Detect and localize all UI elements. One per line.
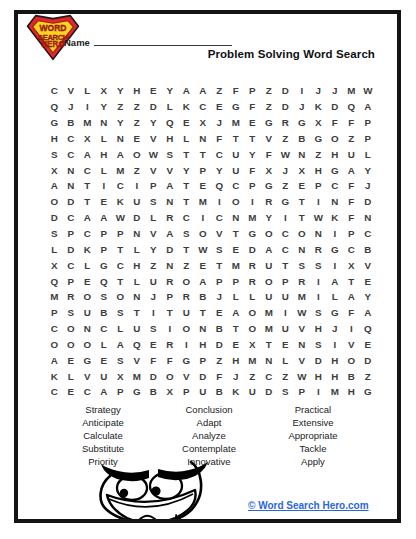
grid-cell-r4c1: H <box>46 131 63 147</box>
grid-cell-r4c3: X <box>79 131 96 147</box>
grid-cell-r10c13: G <box>244 226 261 242</box>
grid-cell-r16c16: V <box>294 321 311 337</box>
grid-cell-r7c1: A <box>46 178 63 194</box>
grid-cell-r9c17: W <box>310 210 327 226</box>
grid-cell-r3c19: F <box>343 115 360 131</box>
grid-cell-r15c2: S <box>63 305 80 321</box>
grid-cell-r9c9: C <box>178 210 195 226</box>
grid-cell-r17c14: T <box>261 337 278 353</box>
grid-cell-r3c6: Z <box>129 115 146 131</box>
grid-cell-r20c16: P <box>294 384 311 400</box>
grid-cell-r9c19: F <box>343 210 360 226</box>
grid-cell-r12c10: E <box>195 257 212 273</box>
grid-cell-r20c17: I <box>310 384 327 400</box>
grid-cell-r20c2: E <box>63 384 80 400</box>
grid-cell-r17c10: H <box>195 337 212 353</box>
grid-cell-r17c9: I <box>178 337 195 353</box>
grid-cell-r13c14: O <box>261 273 278 289</box>
grid-cell-r19c9: V <box>178 368 195 384</box>
grid-cell-r14c13: L <box>244 289 261 305</box>
grid-cell-r6c2: N <box>63 162 80 178</box>
grid-cell-r15c3: U <box>79 305 96 321</box>
grid-cell-r14c7: J <box>145 289 162 305</box>
grid-cell-r12c13: R <box>244 257 261 273</box>
grid-cell-r6c14: X <box>261 162 278 178</box>
grid-cell-r7c16: E <box>294 178 311 194</box>
grid-cell-r13c8: R <box>162 273 179 289</box>
word-column-1: StrategyAnticipateCalculateSubstitutePri… <box>48 403 158 468</box>
grid-cell-r17c16: N <box>294 337 311 353</box>
grid-cell-r14c16: M <box>294 289 311 305</box>
grid-cell-r1c10: A <box>195 83 212 99</box>
grid-cell-r20c1: C <box>46 384 63 400</box>
grid-cell-r17c15: E <box>277 337 294 353</box>
grid-cell-r6c7: V <box>145 162 162 178</box>
grid-cell-r20c12: K <box>228 384 245 400</box>
grid-cell-r18c16: V <box>294 352 311 368</box>
grid-cell-r15c6: T <box>129 305 146 321</box>
grid-cell-r19c18: H <box>327 368 344 384</box>
grid-cell-r2c14: Z <box>261 99 278 115</box>
grid-cell-r7c10: E <box>195 178 212 194</box>
grid-cell-r5c19: U <box>343 146 360 162</box>
grid-cell-r19c3: V <box>79 368 96 384</box>
grid-cell-r12c17: S <box>310 257 327 273</box>
grid-cell-r18c7: F <box>145 352 162 368</box>
grid-cell-r1c16: I <box>294 83 311 99</box>
grid-cell-r16c15: U <box>277 321 294 337</box>
word-item: Contemplate <box>152 442 266 455</box>
grid-cell-r7c11: Q <box>211 178 228 194</box>
grid-cell-r3c3: M <box>79 115 96 131</box>
grid-cell-r13c18: A <box>327 273 344 289</box>
word-item: Practical <box>256 403 370 416</box>
grid-cell-r14c20: Y <box>360 289 377 305</box>
grid-cell-r16c13: O <box>244 321 261 337</box>
grid-cell-r8c15: G <box>277 194 294 210</box>
grid-cell-r19c6: M <box>129 368 146 384</box>
grid-cell-r3c9: E <box>178 115 195 131</box>
grid-cell-r9c13: M <box>244 210 261 226</box>
grid-cell-r8c14: R <box>261 194 278 210</box>
grid-cell-r2c19: Q <box>343 99 360 115</box>
grid-cell-r16c6: U <box>129 321 146 337</box>
grid-cell-r8c12: O <box>228 194 245 210</box>
grid-cell-r11c11: S <box>211 241 228 257</box>
grid-cell-r8c5: K <box>112 194 129 210</box>
grid-cell-r8c3: T <box>79 194 96 210</box>
grid-cell-r15c1: P <box>46 305 63 321</box>
grid-cell-r2c11: E <box>211 99 228 115</box>
grid-cell-r20c18: M <box>327 384 344 400</box>
grid-cell-r18c20: D <box>360 352 377 368</box>
grid-cell-r20c13: U <box>244 384 261 400</box>
grid-cell-r9c3: A <box>79 210 96 226</box>
grid-cell-r20c11: B <box>211 384 228 400</box>
grid-cell-r13c19: T <box>343 273 360 289</box>
grid-cell-r6c11: Y <box>211 162 228 178</box>
grid-cell-r18c10: P <box>195 352 212 368</box>
grid-cell-r20c4: A <box>96 384 113 400</box>
grid-cell-r16c1: C <box>46 321 63 337</box>
grid-cell-r5c5: A <box>112 146 129 162</box>
grid-cell-r4c8: H <box>162 131 179 147</box>
grid-cell-r8c11: I <box>211 194 228 210</box>
grid-cell-r4c20: P <box>360 131 377 147</box>
grid-cell-r17c1: O <box>46 337 63 353</box>
grid-cell-r12c14: U <box>261 257 278 273</box>
grid-cell-r15c14: M <box>261 305 278 321</box>
grid-cell-r6c5: M <box>112 162 129 178</box>
grid-cell-r16c4: C <box>96 321 113 337</box>
grid-cell-r7c18: C <box>327 178 344 194</box>
grid-cell-r14c17: I <box>310 289 327 305</box>
grid-cell-r7c17: P <box>310 178 327 194</box>
grid-cell-r4c9: L <box>178 131 195 147</box>
grid-cell-r1c20: W <box>360 83 377 99</box>
grid-cell-r14c9: R <box>178 289 195 305</box>
grid-cell-r12c12: M <box>228 257 245 273</box>
grid-cell-r9c18: K <box>327 210 344 226</box>
grid-cell-r6c19: A <box>343 162 360 178</box>
grid-cell-r15c17: S <box>310 305 327 321</box>
grid-cell-r15c20: A <box>360 305 377 321</box>
grid-cell-r16c12: T <box>228 321 245 337</box>
grid-cell-r11c12: E <box>228 241 245 257</box>
grid-cell-r3c17: X <box>310 115 327 131</box>
grid-cell-r14c12: L <box>228 289 245 305</box>
grid-cell-r5c12: U <box>228 146 245 162</box>
grid-cell-r13c6: L <box>129 273 146 289</box>
grid-cell-r14c2: R <box>63 289 80 305</box>
grid-cell-r18c18: H <box>327 352 344 368</box>
grid-cell-r18c13: M <box>244 352 261 368</box>
grid-cell-r19c10: D <box>195 368 212 384</box>
grid-cell-r11c4: P <box>96 241 113 257</box>
grid-cell-r16c20: Q <box>360 321 377 337</box>
grid-cell-r3c7: Y <box>145 115 162 131</box>
grid-cell-r15c4: B <box>96 305 113 321</box>
grid-cell-r15c18: G <box>327 305 344 321</box>
grid-cell-r3c1: G <box>46 115 63 131</box>
grid-cell-r11c6: L <box>129 241 146 257</box>
grid-cell-r7c20: J <box>360 178 377 194</box>
grid-cell-r11c9: T <box>178 241 195 257</box>
grid-cell-r17c18: I <box>327 337 344 353</box>
grid-cell-r20c6: G <box>129 384 146 400</box>
grid-cell-r16c17: H <box>310 321 327 337</box>
grid-cell-r10c15: C <box>277 226 294 242</box>
grid-cell-r11c17: R <box>310 241 327 257</box>
grid-cell-r8c7: S <box>145 194 162 210</box>
grid-cell-r8c16: T <box>294 194 311 210</box>
grid-cell-r6c12: U <box>228 162 245 178</box>
grid-cell-r5c7: W <box>145 146 162 162</box>
grid-cell-r12c11: T <box>211 257 228 273</box>
grid-cell-r16c11: B <box>211 321 228 337</box>
grid-cell-r20c5: P <box>112 384 129 400</box>
grid-cell-r9c15: I <box>277 210 294 226</box>
grid-cell-r12c8: N <box>162 257 179 273</box>
grid-cell-r4c17: G <box>310 131 327 147</box>
grid-cell-r16c7: S <box>145 321 162 337</box>
grid-cell-r4c11: F <box>211 131 228 147</box>
grid-cell-r6c13: F <box>244 162 261 178</box>
grid-cell-r1c7: E <box>145 83 162 99</box>
grid-cell-r15c7: I <box>145 305 162 321</box>
grid-cell-r13c12: P <box>228 273 245 289</box>
grid-cell-r17c17: S <box>310 337 327 353</box>
grid-cell-r8c1: O <box>46 194 63 210</box>
grid-cell-r5c18: H <box>327 146 344 162</box>
grid-cell-r6c18: G <box>327 162 344 178</box>
grid-cell-r10c19: P <box>343 226 360 242</box>
grid-cell-r4c4: L <box>96 131 113 147</box>
grid-cell-r13c13: R <box>244 273 261 289</box>
grid-cell-r18c8: F <box>162 352 179 368</box>
grid-cell-r2c15: D <box>277 99 294 115</box>
grid-cell-r7c9: T <box>178 178 195 194</box>
grid-cell-r11c14: A <box>261 241 278 257</box>
grid-cell-r2c20: A <box>360 99 377 115</box>
grid-cell-r17c20: E <box>360 337 377 353</box>
grid-cell-r2c2: J <box>63 99 80 115</box>
grid-cell-r10c5: P <box>112 226 129 242</box>
grid-cell-r7c5: C <box>112 178 129 194</box>
grid-cell-r9c8: R <box>162 210 179 226</box>
grid-cell-r4c13: T <box>244 131 261 147</box>
grid-cell-r15c19: F <box>343 305 360 321</box>
grid-cell-r18c6: V <box>129 352 146 368</box>
grid-cell-r17c13: X <box>244 337 261 353</box>
grid-cell-r5c11: C <box>211 146 228 162</box>
grid-cell-r5c10: T <box>195 146 212 162</box>
grid-cell-r10c1: S <box>46 226 63 242</box>
name-label: Name <box>64 37 90 48</box>
grid-cell-r14c11: J <box>211 289 228 305</box>
grid-cell-r18c5: S <box>112 352 129 368</box>
grid-cell-r1c11: Z <box>211 83 228 99</box>
grid-cell-r19c20: Z <box>360 368 377 384</box>
grid-cell-r14c19: A <box>343 289 360 305</box>
grid-cell-r14c10: B <box>195 289 212 305</box>
grid-cell-r13c3: E <box>79 273 96 289</box>
grid-cell-r11c20: B <box>360 241 377 257</box>
grid-cell-r15c8: T <box>162 305 179 321</box>
grid-cell-r4c16: B <box>294 131 311 147</box>
grid-cell-r16c10: N <box>195 321 212 337</box>
grid-cell-r7c2: N <box>63 178 80 194</box>
grid-cell-r19c4: U <box>96 368 113 384</box>
grid-cell-r14c18: L <box>327 289 344 305</box>
word-item: Apply <box>256 455 370 468</box>
grid-cell-r6c17: H <box>310 162 327 178</box>
word-item: Appropriate <box>256 429 370 442</box>
grid-cell-r12c5: C <box>112 257 129 273</box>
grid-cell-r1c8: Y <box>162 83 179 99</box>
grid-cell-r10c16: O <box>294 226 311 242</box>
grid-cell-r19c1: K <box>46 368 63 384</box>
grid-cell-r9c1: D <box>46 210 63 226</box>
grid-cell-r2c6: Z <box>129 99 146 115</box>
grid-cell-r3c15: R <box>277 115 294 131</box>
grid-cell-r1c5: Y <box>112 83 129 99</box>
grid-cell-r12c4: G <box>96 257 113 273</box>
grid-cell-r15c11: E <box>211 305 228 321</box>
word-item: Innovative <box>152 455 266 468</box>
grid-cell-r13c17: I <box>310 273 327 289</box>
grid-cell-r12c7: Z <box>145 257 162 273</box>
grid-cell-r12c2: C <box>63 257 80 273</box>
grid-cell-r12c18: I <box>327 257 344 273</box>
grid-cell-r10c18: I <box>327 226 344 242</box>
grid-cell-r19c16: W <box>294 368 311 384</box>
grid-cell-r20c3: C <box>79 384 96 400</box>
grid-cell-r6c6: Z <box>129 162 146 178</box>
grid-cell-r10c8: A <box>162 226 179 242</box>
grid-cell-r6c16: X <box>294 162 311 178</box>
grid-cell-r3c13: E <box>244 115 261 131</box>
grid-cell-r2c5: Z <box>112 99 129 115</box>
name-blank-line <box>94 36 232 46</box>
grid-cell-r20c20: G <box>360 384 377 400</box>
page-title: Problem Solving Word Search <box>0 48 375 60</box>
grid-cell-r9c20: N <box>360 210 377 226</box>
grid-cell-r5c2: C <box>63 146 80 162</box>
grid-cell-r6c15: J <box>277 162 294 178</box>
grid-cell-r7c14: G <box>261 178 278 194</box>
grid-cell-r7c3: T <box>79 178 96 194</box>
grid-cell-r5c15: W <box>277 146 294 162</box>
grid-cell-r20c15: S <box>277 384 294 400</box>
grid-cell-r9c7: L <box>145 210 162 226</box>
grid-cell-r10c11: V <box>211 226 228 242</box>
grid-cell-r5c8: S <box>162 146 179 162</box>
grid-cell-r3c16: G <box>294 115 311 131</box>
word-item: Analyze <box>152 429 266 442</box>
grid-cell-r18c1: A <box>46 352 63 368</box>
grid-cell-r4c14: V <box>261 131 278 147</box>
grid-cell-r5c9: T <box>178 146 195 162</box>
grid-cell-r2c10: C <box>195 99 212 115</box>
grid-cell-r10c14: O <box>261 226 278 242</box>
grid-cell-r2c3: I <box>79 99 96 115</box>
grid-cell-r9c16: T <box>294 210 311 226</box>
grid-cell-r12c6: H <box>129 257 146 273</box>
grid-cell-r11c2: D <box>63 241 80 257</box>
grid-cell-r16c18: J <box>327 321 344 337</box>
grid-cell-r3c10: X <box>195 115 212 131</box>
grid-cell-r3c11: J <box>211 115 228 131</box>
grid-cell-r13c9: O <box>178 273 195 289</box>
grid-cell-r8c6: U <box>129 194 146 210</box>
grid-cell-r19c11: F <box>211 368 228 384</box>
grid-cell-r5c20: L <box>360 146 377 162</box>
word-item: Adapt <box>152 416 266 429</box>
grid-cell-r2c1: Q <box>46 99 63 115</box>
grid-cell-r12c9: Z <box>178 257 195 273</box>
grid-cell-r9c14: Y <box>261 210 278 226</box>
grid-cell-r17c12: E <box>228 337 245 353</box>
grid-cell-r3c18: F <box>327 115 344 131</box>
grid-cell-r3c2: B <box>63 115 80 131</box>
grid-cell-r8c18: N <box>327 194 344 210</box>
grid-cell-r11c3: K <box>79 241 96 257</box>
grid-cell-r8c4: E <box>96 194 113 210</box>
word-item: Conclusion <box>152 403 266 416</box>
grid-cell-r9c2: C <box>63 210 80 226</box>
grid-cell-r1c14: Z <box>261 83 278 99</box>
copyright-link[interactable]: © Word Search Hero.com <box>248 500 369 511</box>
grid-cell-r19c13: Z <box>244 368 261 384</box>
grid-cell-r20c8: X <box>162 384 179 400</box>
grid-cell-r14c15: U <box>277 289 294 305</box>
grid-cell-r14c5: O <box>112 289 129 305</box>
grid-cell-r20c19: H <box>343 384 360 400</box>
word-item: Anticipate <box>48 416 158 429</box>
grid-cell-r4c5: N <box>112 131 129 147</box>
grid-cell-r14c4: S <box>96 289 113 305</box>
grid-cell-r1c19: M <box>343 83 360 99</box>
grid-cell-r18c15: L <box>277 352 294 368</box>
worksheet-page: WORD SEARCH HERO Name Problem Solving Wo… <box>0 0 416 539</box>
grid-cell-r18c4: E <box>96 352 113 368</box>
grid-cell-r20c14: D <box>261 384 278 400</box>
grid-cell-r17c4: L <box>96 337 113 353</box>
grid-cell-r2c8: L <box>162 99 179 115</box>
grid-cell-r19c12: J <box>228 368 245 384</box>
grid-cell-r10c7: V <box>145 226 162 242</box>
grid-cell-r15c15: I <box>277 305 294 321</box>
grid-cell-r13c20: E <box>360 273 377 289</box>
grid-cell-r14c1: M <box>46 289 63 305</box>
grid-cell-r6c20: Y <box>360 162 377 178</box>
grid-cell-r3c20: P <box>360 115 377 131</box>
grid-cell-r2c13: F <box>244 99 261 115</box>
grid-cell-r20c7: B <box>145 384 162 400</box>
grid-cell-r12c16: S <box>294 257 311 273</box>
grid-cell-r16c19: I <box>343 321 360 337</box>
grid-cell-r1c18: J <box>327 83 344 99</box>
grid-cell-r7c12: C <box>228 178 245 194</box>
grid-cell-r13c11: P <box>211 273 228 289</box>
grid-cell-r6c1: X <box>46 162 63 178</box>
word-item: Calculate <box>48 429 158 442</box>
grid-cell-r3c14: G <box>261 115 278 131</box>
grid-cell-r12c15: T <box>277 257 294 273</box>
grid-cell-r17c11: D <box>211 337 228 353</box>
grid-cell-r20c9: P <box>178 384 195 400</box>
grid-cell-r19c8: O <box>162 368 179 384</box>
grid-cell-r2c16: J <box>294 99 311 115</box>
grid-cell-r18c2: E <box>63 352 80 368</box>
grid-cell-r11c5: T <box>112 241 129 257</box>
grid-cell-r10c3: C <box>79 226 96 242</box>
grid-cell-r5c1: S <box>46 146 63 162</box>
grid-cell-r12c20: V <box>360 257 377 273</box>
grid-cell-r1c9: A <box>178 83 195 99</box>
grid-cell-r12c3: L <box>79 257 96 273</box>
grid-cell-r14c3: O <box>79 289 96 305</box>
grid-cell-r9c6: D <box>129 210 146 226</box>
grid-cell-r11c8: D <box>162 241 179 257</box>
grid-cell-r10c6: N <box>129 226 146 242</box>
grid-cell-r13c4: Q <box>96 273 113 289</box>
grid-cell-r2c17: K <box>310 99 327 115</box>
grid-cell-r18c12: H <box>228 352 245 368</box>
grid-cell-r2c9: K <box>178 99 195 115</box>
grid-cell-r1c4: X <box>96 83 113 99</box>
